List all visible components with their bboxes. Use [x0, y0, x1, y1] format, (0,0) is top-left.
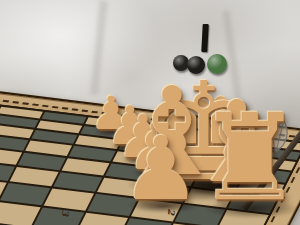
rook[interactable]: ♜: [196, 98, 300, 218]
queen-ball: [207, 54, 227, 74]
board-square: [0, 183, 50, 205]
board-square: [33, 207, 85, 225]
knight-ball: [187, 56, 205, 74]
board-square: [44, 188, 94, 210]
pawn[interactable]: ♟: [122, 125, 201, 213]
border-number: 3: [60, 210, 70, 217]
photo-scene: 3256 ♟♟♟♟♟♝♛♚♝♜: [0, 0, 300, 225]
